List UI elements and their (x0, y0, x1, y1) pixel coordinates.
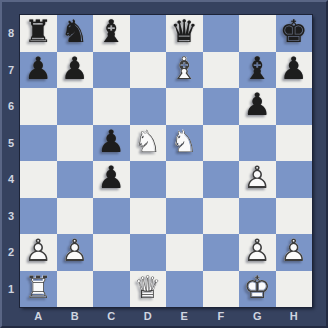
file-label: A (20, 308, 57, 326)
piece-white-knight[interactable]: ♞♘ (166, 125, 203, 162)
square-f5[interactable] (203, 125, 240, 162)
piece-black-pawn[interactable]: ♟ (276, 52, 313, 89)
square-h2[interactable]: ♟♙ (276, 234, 313, 271)
piece-white-bishop[interactable]: ♝♗ (166, 52, 203, 89)
piece-white-knight[interactable]: ♞♘ (130, 125, 167, 162)
file-label: H (276, 308, 313, 326)
square-a3[interactable] (20, 198, 57, 235)
square-e8[interactable]: ♛ (166, 15, 203, 52)
piece-black-knight[interactable]: ♞ (57, 15, 94, 52)
rank-label: 6 (2, 88, 20, 125)
square-f2[interactable] (203, 234, 240, 271)
square-b2[interactable]: ♟♙ (57, 234, 94, 271)
square-e3[interactable] (166, 198, 203, 235)
piece-glyph-outline: ♙ (24, 236, 52, 267)
square-h5[interactable] (276, 125, 313, 162)
square-g4[interactable]: ♟♙ (239, 161, 276, 198)
square-h7[interactable]: ♟ (276, 52, 313, 89)
piece-black-pawn[interactable]: ♟ (93, 161, 130, 198)
piece-white-rook[interactable]: ♜♖ (20, 271, 57, 308)
piece-black-rook[interactable]: ♜ (20, 15, 57, 52)
square-c5[interactable]: ♟ (93, 125, 130, 162)
square-d2[interactable] (130, 234, 167, 271)
square-a1[interactable]: ♜♖ (20, 271, 57, 308)
board-frame: 87654321 ♜♞♝♛♚♟♟♝♗♝♟♟♟♞♘♞♘♟♟♙♟♙♟♙♟♙♟♙♜♖♛… (0, 0, 328, 328)
square-e4[interactable] (166, 161, 203, 198)
square-g5[interactable] (239, 125, 276, 162)
square-h1[interactable] (276, 271, 313, 308)
file-label: B (57, 308, 94, 326)
square-a4[interactable] (20, 161, 57, 198)
piece-glyph-outline: ♙ (243, 236, 271, 267)
rank-label: 4 (2, 161, 20, 198)
piece-black-pawn[interactable]: ♟ (239, 88, 276, 125)
piece-glyph-outline: ♔ (243, 272, 271, 303)
square-a6[interactable] (20, 88, 57, 125)
square-f3[interactable] (203, 198, 240, 235)
piece-glyph: ♜ (24, 17, 52, 48)
rank-label: 5 (2, 125, 20, 162)
square-b6[interactable] (57, 88, 94, 125)
square-c2[interactable] (93, 234, 130, 271)
piece-glyph: ♟ (24, 53, 52, 84)
piece-glyph-outline: ♙ (243, 163, 271, 194)
piece-glyph-outline: ♗ (170, 53, 198, 84)
piece-glyph-outline: ♘ (134, 126, 162, 157)
piece-glyph: ♛ (170, 17, 198, 48)
file-label: E (166, 308, 203, 326)
rank-label: 7 (2, 52, 20, 89)
file-label: D (130, 308, 167, 326)
square-e7[interactable]: ♝♗ (166, 52, 203, 89)
square-e5[interactable]: ♞♘ (166, 125, 203, 162)
file-labels: ABCDEFGH (20, 308, 312, 326)
square-c1[interactable] (93, 271, 130, 308)
piece-glyph-outline: ♙ (61, 236, 89, 267)
square-d7[interactable] (130, 52, 167, 89)
square-a2[interactable]: ♟♙ (20, 234, 57, 271)
piece-white-queen[interactable]: ♛♕ (130, 271, 167, 308)
piece-black-pawn[interactable]: ♟ (57, 52, 94, 89)
piece-black-pawn[interactable]: ♟ (93, 125, 130, 162)
piece-glyph-outline: ♖ (24, 272, 52, 303)
square-f1[interactable] (203, 271, 240, 308)
rank-label: 8 (2, 15, 20, 52)
rank-labels: 87654321 (2, 15, 20, 307)
square-h8[interactable]: ♚ (276, 15, 313, 52)
square-h4[interactable] (276, 161, 313, 198)
square-b4[interactable] (57, 161, 94, 198)
square-a8[interactable]: ♜ (20, 15, 57, 52)
piece-glyph: ♟ (97, 126, 125, 157)
piece-black-bishop[interactable]: ♝ (239, 52, 276, 89)
square-a5[interactable] (20, 125, 57, 162)
square-b8[interactable]: ♞ (57, 15, 94, 52)
piece-glyph: ♝ (243, 53, 271, 84)
square-e2[interactable] (166, 234, 203, 271)
piece-black-queen[interactable]: ♛ (166, 15, 203, 52)
square-d8[interactable] (130, 15, 167, 52)
piece-white-pawn[interactable]: ♟♙ (276, 234, 313, 271)
piece-white-king[interactable]: ♚♔ (239, 271, 276, 308)
square-g3[interactable] (239, 198, 276, 235)
piece-black-pawn[interactable]: ♟ (20, 52, 57, 89)
piece-glyph: ♞ (61, 17, 89, 48)
square-d4[interactable] (130, 161, 167, 198)
piece-white-pawn[interactable]: ♟♙ (20, 234, 57, 271)
file-label: G (239, 308, 276, 326)
piece-glyph: ♟ (280, 53, 308, 84)
square-f4[interactable] (203, 161, 240, 198)
piece-glyph: ♟ (243, 90, 271, 121)
piece-glyph-outline: ♘ (170, 126, 198, 157)
piece-glyph-outline: ♙ (280, 236, 308, 267)
square-g1[interactable]: ♚♔ (239, 271, 276, 308)
square-g8[interactable] (239, 15, 276, 52)
rank-label: 1 (2, 271, 20, 308)
square-a7[interactable]: ♟ (20, 52, 57, 89)
square-d3[interactable] (130, 198, 167, 235)
piece-white-pawn[interactable]: ♟♙ (57, 234, 94, 271)
square-f6[interactable] (203, 88, 240, 125)
piece-glyph: ♚ (280, 17, 308, 48)
rank-label: 2 (2, 234, 20, 271)
piece-black-king[interactable]: ♚ (276, 15, 313, 52)
piece-black-bishop[interactable]: ♝ (93, 15, 130, 52)
square-c7[interactable] (93, 52, 130, 89)
square-h6[interactable] (276, 88, 313, 125)
chess-board[interactable]: ♜♞♝♛♚♟♟♝♗♝♟♟♟♞♘♞♘♟♟♙♟♙♟♙♟♙♟♙♜♖♛♕♚♔ (20, 15, 312, 307)
square-e1[interactable] (166, 271, 203, 308)
square-c3[interactable] (93, 198, 130, 235)
square-h3[interactable] (276, 198, 313, 235)
square-c8[interactable]: ♝ (93, 15, 130, 52)
rank-label: 3 (2, 198, 20, 235)
piece-glyph: ♟ (97, 163, 125, 194)
square-c4[interactable]: ♟ (93, 161, 130, 198)
piece-white-pawn[interactable]: ♟♙ (239, 161, 276, 198)
square-f8[interactable] (203, 15, 240, 52)
file-label: F (203, 308, 240, 326)
piece-white-pawn[interactable]: ♟♙ (239, 234, 276, 271)
square-d6[interactable] (130, 88, 167, 125)
file-label: C (93, 308, 130, 326)
square-g7[interactable]: ♝ (239, 52, 276, 89)
square-c6[interactable] (93, 88, 130, 125)
square-b1[interactable] (57, 271, 94, 308)
square-f7[interactable] (203, 52, 240, 89)
square-b3[interactable] (57, 198, 94, 235)
piece-glyph-outline: ♕ (134, 272, 162, 303)
square-g2[interactable]: ♟♙ (239, 234, 276, 271)
square-e6[interactable] (166, 88, 203, 125)
square-d1[interactable]: ♛♕ (130, 271, 167, 308)
square-b7[interactable]: ♟ (57, 52, 94, 89)
square-b5[interactable] (57, 125, 94, 162)
piece-glyph: ♟ (61, 53, 89, 84)
square-d5[interactable]: ♞♘ (130, 125, 167, 162)
piece-glyph: ♝ (97, 17, 125, 48)
square-g6[interactable]: ♟ (239, 88, 276, 125)
